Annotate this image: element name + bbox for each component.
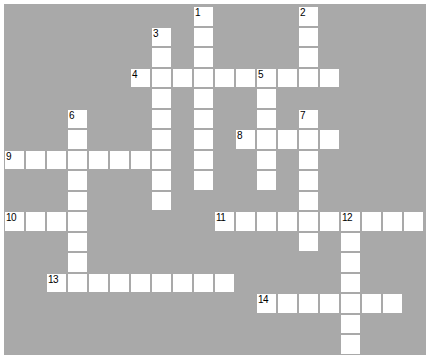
cell-r14c18[interactable] bbox=[383, 294, 402, 313]
cell-r4c9[interactable] bbox=[194, 89, 213, 108]
cell-r16c16[interactable] bbox=[341, 335, 360, 354]
clue-number-2: 2 bbox=[300, 7, 305, 18]
cell-r10c16[interactable]: 12 bbox=[341, 212, 360, 231]
cell-r15c16[interactable] bbox=[341, 315, 360, 334]
cell-r9c7[interactable] bbox=[152, 192, 171, 211]
cell-r8c3[interactable] bbox=[68, 171, 87, 190]
cell-r10c15[interactable] bbox=[320, 212, 339, 231]
cell-r10c11[interactable] bbox=[236, 212, 255, 231]
cell-r6c7[interactable] bbox=[152, 130, 171, 149]
cell-r3c13[interactable] bbox=[278, 69, 297, 88]
cell-r12c16[interactable] bbox=[341, 253, 360, 272]
cell-r6c11[interactable]: 8 bbox=[236, 130, 255, 149]
cell-r7c2[interactable] bbox=[47, 151, 66, 170]
cell-r13c5[interactable] bbox=[110, 274, 129, 293]
cell-r6c12[interactable] bbox=[257, 130, 276, 149]
crossword-board: 1234567891011121314 bbox=[4, 4, 426, 355]
cell-r8c12[interactable] bbox=[257, 171, 276, 190]
cell-r7c9[interactable] bbox=[194, 151, 213, 170]
cell-r1c9[interactable] bbox=[194, 28, 213, 47]
cell-r10c1[interactable] bbox=[26, 212, 45, 231]
cell-r10c10[interactable]: 11 bbox=[215, 212, 234, 231]
cell-r4c12[interactable] bbox=[257, 89, 276, 108]
cell-r9c3[interactable] bbox=[68, 192, 87, 211]
cell-r10c0[interactable]: 10 bbox=[5, 212, 24, 231]
cell-r14c15[interactable] bbox=[320, 294, 339, 313]
cell-r7c4[interactable] bbox=[89, 151, 108, 170]
cell-r1c14[interactable] bbox=[299, 28, 318, 47]
cell-r1c7[interactable]: 3 bbox=[152, 28, 171, 47]
cell-r8c9[interactable] bbox=[194, 171, 213, 190]
clue-number-14: 14 bbox=[258, 294, 268, 305]
cell-r10c19[interactable] bbox=[404, 212, 423, 231]
cell-r7c12[interactable] bbox=[257, 151, 276, 170]
cell-r3c10[interactable] bbox=[215, 69, 234, 88]
cell-r10c14[interactable] bbox=[299, 212, 318, 231]
cell-r12c3[interactable] bbox=[68, 253, 87, 272]
cell-r0c9[interactable]: 1 bbox=[194, 7, 213, 26]
clue-number-7: 7 bbox=[300, 110, 305, 121]
cell-r8c7[interactable] bbox=[152, 171, 171, 190]
cell-r0c14[interactable]: 2 bbox=[299, 7, 318, 26]
clue-number-3: 3 bbox=[153, 28, 158, 39]
cell-r7c6[interactable] bbox=[131, 151, 150, 170]
cell-r14c13[interactable] bbox=[278, 294, 297, 313]
cell-r7c1[interactable] bbox=[26, 151, 45, 170]
page: 1234567891011121314 bbox=[0, 0, 430, 358]
clue-number-9: 9 bbox=[6, 151, 11, 162]
cell-r14c14[interactable] bbox=[299, 294, 318, 313]
cell-r6c14[interactable] bbox=[299, 130, 318, 149]
cell-r10c12[interactable] bbox=[257, 212, 276, 231]
cell-r14c16[interactable] bbox=[341, 294, 360, 313]
cell-r3c9[interactable] bbox=[194, 69, 213, 88]
cell-r5c7[interactable] bbox=[152, 110, 171, 129]
cell-r11c3[interactable] bbox=[68, 233, 87, 252]
clue-number-8: 8 bbox=[237, 130, 242, 141]
clue-number-12: 12 bbox=[342, 212, 352, 223]
cell-r13c3[interactable] bbox=[68, 274, 87, 293]
clue-number-10: 10 bbox=[6, 212, 16, 223]
clue-number-13: 13 bbox=[48, 274, 58, 285]
crossword-grid: 1234567891011121314 bbox=[5, 7, 423, 354]
cell-r14c12[interactable]: 14 bbox=[257, 294, 276, 313]
cell-r13c10[interactable] bbox=[215, 274, 234, 293]
cell-r7c5[interactable] bbox=[110, 151, 129, 170]
clue-number-4: 4 bbox=[132, 69, 137, 80]
cell-r5c9[interactable] bbox=[194, 110, 213, 129]
cell-r3c11[interactable] bbox=[236, 69, 255, 88]
cell-r3c12[interactable]: 5 bbox=[257, 69, 276, 88]
cell-r13c4[interactable] bbox=[89, 274, 108, 293]
cell-r7c7[interactable] bbox=[152, 151, 171, 170]
cell-r6c13[interactable] bbox=[278, 130, 297, 149]
cell-r3c8[interactable] bbox=[173, 69, 192, 88]
cell-r10c3[interactable] bbox=[68, 212, 87, 231]
cell-r6c9[interactable] bbox=[194, 130, 213, 149]
cell-r7c0[interactable]: 9 bbox=[5, 151, 24, 170]
cell-r6c3[interactable] bbox=[68, 130, 87, 149]
cell-r3c6[interactable]: 4 bbox=[131, 69, 150, 88]
cell-r5c14[interactable]: 7 bbox=[299, 110, 318, 129]
cell-r13c9[interactable] bbox=[194, 274, 213, 293]
cell-r9c14[interactable] bbox=[299, 192, 318, 211]
cell-r14c17[interactable] bbox=[362, 294, 381, 313]
cell-r3c15[interactable] bbox=[320, 69, 339, 88]
cell-r6c15[interactable] bbox=[320, 130, 339, 149]
cell-r2c9[interactable] bbox=[194, 48, 213, 67]
cell-r11c14[interactable] bbox=[299, 233, 318, 252]
cell-r10c18[interactable] bbox=[383, 212, 402, 231]
cell-r13c7[interactable] bbox=[152, 274, 171, 293]
cell-r7c3[interactable] bbox=[68, 151, 87, 170]
cell-r3c7[interactable] bbox=[152, 69, 171, 88]
clue-number-6: 6 bbox=[69, 110, 74, 121]
cell-r10c17[interactable] bbox=[362, 212, 381, 231]
cell-r13c8[interactable] bbox=[173, 274, 192, 293]
cell-r2c7[interactable] bbox=[152, 48, 171, 67]
cell-r3c14[interactable] bbox=[299, 69, 318, 88]
cell-r8c14[interactable] bbox=[299, 171, 318, 190]
cell-r11c16[interactable] bbox=[341, 233, 360, 252]
cell-r5c3[interactable]: 6 bbox=[68, 110, 87, 129]
clue-number-5: 5 bbox=[258, 69, 263, 80]
cell-r10c2[interactable] bbox=[47, 212, 66, 231]
clue-number-1: 1 bbox=[195, 7, 200, 18]
cell-r5c12[interactable] bbox=[257, 110, 276, 129]
clue-number-11: 11 bbox=[216, 212, 225, 223]
cell-r4c7[interactable] bbox=[152, 89, 171, 108]
cell-r13c6[interactable] bbox=[131, 274, 150, 293]
cell-r10c13[interactable] bbox=[278, 212, 297, 231]
cell-r13c2[interactable]: 13 bbox=[47, 274, 66, 293]
cell-r13c16[interactable] bbox=[341, 274, 360, 293]
cell-r2c14[interactable] bbox=[299, 48, 318, 67]
cell-r7c14[interactable] bbox=[299, 151, 318, 170]
